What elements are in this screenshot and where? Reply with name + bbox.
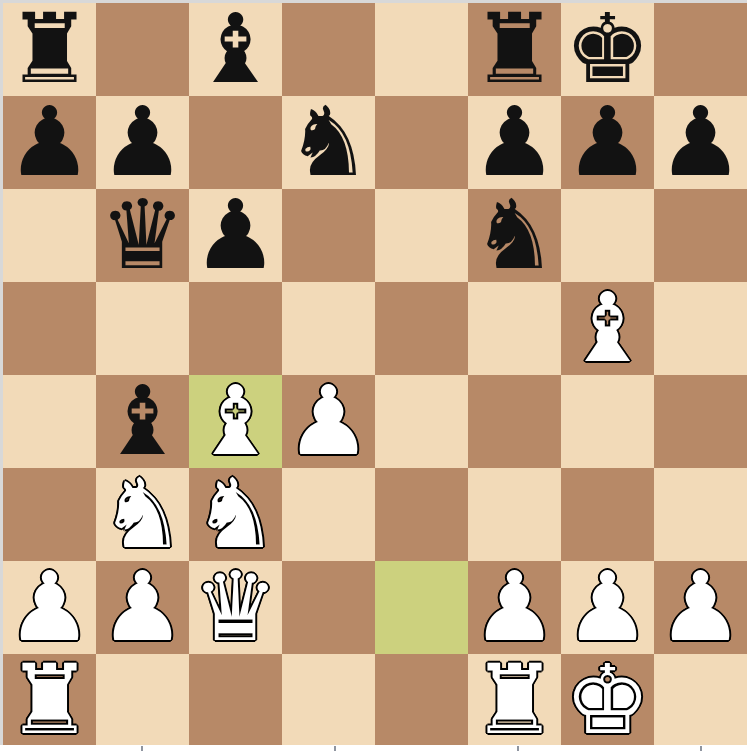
bottom-strip-tick	[141, 746, 143, 751]
square-b6[interactable]: ♛	[96, 189, 189, 282]
square-a8[interactable]: ♜	[3, 3, 96, 96]
white-pawn-piece[interactable]: ♟	[6, 561, 92, 654]
square-g5[interactable]: ♝	[561, 282, 654, 375]
white-bishop-piece[interactable]: ♝	[564, 282, 650, 375]
square-h5[interactable]	[654, 282, 747, 375]
black-knight-piece[interactable]: ♞	[285, 96, 371, 189]
white-rook-piece[interactable]: ♜	[6, 654, 92, 747]
square-e4[interactable]	[375, 375, 468, 468]
square-h4[interactable]	[654, 375, 747, 468]
square-g3[interactable]	[561, 468, 654, 561]
square-a1[interactable]: ♜	[3, 654, 96, 747]
square-e7[interactable]	[375, 96, 468, 189]
square-e2[interactable]	[375, 561, 468, 654]
square-b2[interactable]: ♟	[96, 561, 189, 654]
black-queen-piece[interactable]: ♛	[99, 189, 185, 282]
square-c3[interactable]: ♞	[189, 468, 282, 561]
bottom-strip	[0, 745, 747, 751]
bottom-strip-tick	[700, 746, 702, 751]
square-g6[interactable]	[561, 189, 654, 282]
black-pawn-piece[interactable]: ♟	[192, 189, 278, 282]
square-a2[interactable]: ♟	[3, 561, 96, 654]
square-e6[interactable]	[375, 189, 468, 282]
square-h6[interactable]	[654, 189, 747, 282]
square-d3[interactable]	[282, 468, 375, 561]
black-rook-piece[interactable]: ♜	[6, 3, 92, 96]
square-g7[interactable]: ♟	[561, 96, 654, 189]
square-e8[interactable]	[375, 3, 468, 96]
square-f4[interactable]	[468, 375, 561, 468]
square-d7[interactable]: ♞	[282, 96, 375, 189]
square-a7[interactable]: ♟	[3, 96, 96, 189]
square-c2[interactable]: ♛	[189, 561, 282, 654]
black-king-piece[interactable]: ♚	[564, 3, 650, 96]
square-e1[interactable]	[375, 654, 468, 747]
square-a3[interactable]	[3, 468, 96, 561]
square-d6[interactable]	[282, 189, 375, 282]
white-pawn-piece[interactable]: ♟	[564, 561, 650, 654]
square-f6[interactable]: ♞	[468, 189, 561, 282]
square-b4[interactable]: ♝	[96, 375, 189, 468]
black-pawn-piece[interactable]: ♟	[471, 96, 557, 189]
square-d4[interactable]: ♟	[282, 375, 375, 468]
square-h1[interactable]	[654, 654, 747, 747]
white-pawn-piece[interactable]: ♟	[99, 561, 185, 654]
square-g4[interactable]	[561, 375, 654, 468]
square-f1[interactable]: ♜	[468, 654, 561, 747]
square-f7[interactable]: ♟	[468, 96, 561, 189]
black-pawn-piece[interactable]: ♟	[657, 96, 743, 189]
black-bishop-piece[interactable]: ♝	[99, 375, 185, 468]
board-left-edge	[0, 0, 3, 745]
white-knight-piece[interactable]: ♞	[192, 468, 278, 561]
square-a4[interactable]	[3, 375, 96, 468]
black-pawn-piece[interactable]: ♟	[6, 96, 92, 189]
square-b5[interactable]	[96, 282, 189, 375]
black-pawn-piece[interactable]: ♟	[99, 96, 185, 189]
square-b3[interactable]: ♞	[96, 468, 189, 561]
square-c1[interactable]	[189, 654, 282, 747]
white-king-piece[interactable]: ♚	[564, 654, 650, 747]
square-h7[interactable]: ♟	[654, 96, 747, 189]
chess-board: ♜♝♜♚♟♟♞♟♟♟♛♟♞♝♝♝♟♞♞♟♟♛♟♟♟♜♜♚	[3, 3, 747, 745]
white-queen-piece[interactable]: ♛	[192, 561, 278, 654]
square-f5[interactable]	[468, 282, 561, 375]
square-d8[interactable]	[282, 3, 375, 96]
white-pawn-piece[interactable]: ♟	[285, 375, 371, 468]
square-h2[interactable]: ♟	[654, 561, 747, 654]
square-g1[interactable]: ♚	[561, 654, 654, 747]
square-c7[interactable]	[189, 96, 282, 189]
square-d1[interactable]	[282, 654, 375, 747]
white-bishop-piece[interactable]: ♝	[192, 375, 278, 468]
bottom-strip-tick	[334, 746, 336, 751]
white-rook-piece[interactable]: ♜	[471, 654, 557, 747]
black-pawn-piece[interactable]: ♟	[564, 96, 650, 189]
square-c6[interactable]: ♟	[189, 189, 282, 282]
square-a6[interactable]	[3, 189, 96, 282]
board-top-edge	[0, 0, 747, 3]
square-g8[interactable]: ♚	[561, 3, 654, 96]
black-rook-piece[interactable]: ♜	[471, 3, 557, 96]
white-pawn-piece[interactable]: ♟	[471, 561, 557, 654]
square-f2[interactable]: ♟	[468, 561, 561, 654]
square-e5[interactable]	[375, 282, 468, 375]
square-b7[interactable]: ♟	[96, 96, 189, 189]
square-b1[interactable]	[96, 654, 189, 747]
white-pawn-piece[interactable]: ♟	[657, 561, 743, 654]
white-knight-piece[interactable]: ♞	[99, 468, 185, 561]
square-h3[interactable]	[654, 468, 747, 561]
square-b8[interactable]	[96, 3, 189, 96]
bottom-strip-tick	[517, 746, 519, 751]
chess-app-page: ♜♝♜♚♟♟♞♟♟♟♛♟♞♝♝♝♟♞♞♟♟♛♟♟♟♜♜♚	[0, 0, 747, 751]
square-a5[interactable]	[3, 282, 96, 375]
square-d5[interactable]	[282, 282, 375, 375]
square-f8[interactable]: ♜	[468, 3, 561, 96]
black-knight-piece[interactable]: ♞	[471, 189, 557, 282]
square-h8[interactable]	[654, 3, 747, 96]
square-e3[interactable]	[375, 468, 468, 561]
square-c8[interactable]: ♝	[189, 3, 282, 96]
square-c4[interactable]: ♝	[189, 375, 282, 468]
square-d2[interactable]	[282, 561, 375, 654]
square-g2[interactable]: ♟	[561, 561, 654, 654]
black-bishop-piece[interactable]: ♝	[192, 3, 278, 96]
square-c5[interactable]	[189, 282, 282, 375]
square-f3[interactable]	[468, 468, 561, 561]
